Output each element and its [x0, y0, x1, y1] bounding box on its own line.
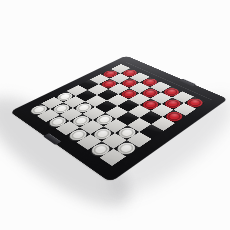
checkers-board — [10, 55, 229, 182]
clasp-tab-bottom — [43, 133, 61, 145]
photo-background — [0, 0, 230, 230]
